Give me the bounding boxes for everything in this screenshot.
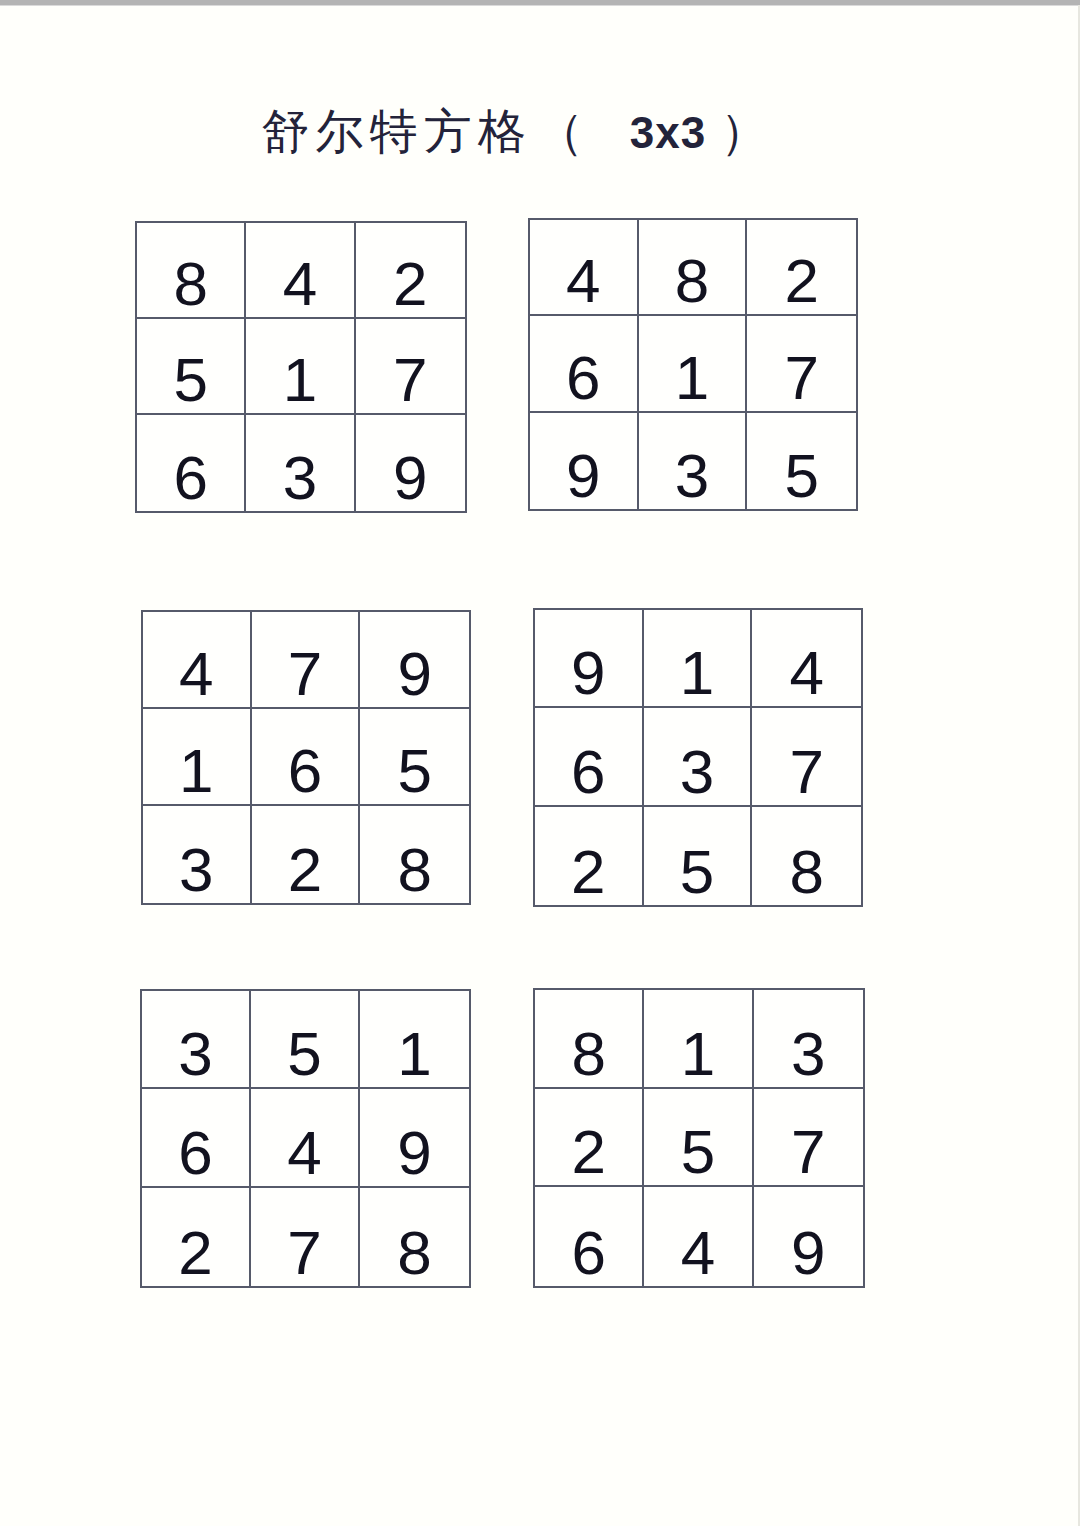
title-paren-close: ） (720, 105, 768, 158)
grid5-cell-r3c3[interactable]: 8 (360, 1188, 469, 1286)
grid6-cell-r3c3[interactable]: 9 (754, 1187, 863, 1286)
grid1-cell-r1c3[interactable]: 2 (356, 223, 465, 319)
grid5-cell-r3c1[interactable]: 2 (142, 1188, 251, 1286)
grid5-cell-r2c3[interactable]: 9 (360, 1089, 469, 1187)
grid2-cell-r1c2[interactable]: 8 (639, 220, 748, 316)
grid4-cell-r2c1[interactable]: 6 (535, 708, 644, 806)
grid5-cell-r1c1[interactable]: 3 (142, 991, 251, 1089)
grid1-cell-r2c2[interactable]: 1 (246, 319, 355, 415)
grid4-cell-r2c2[interactable]: 3 (644, 708, 753, 806)
grid4-cell-r3c1[interactable]: 2 (535, 807, 644, 905)
grid6-cell-r1c1[interactable]: 8 (535, 990, 644, 1089)
grid3-cell-r2c3[interactable]: 5 (360, 709, 469, 806)
grid4-cell-r1c1[interactable]: 9 (535, 610, 644, 708)
grid2-cell-r3c3[interactable]: 5 (747, 413, 856, 509)
grid2-cell-r2c3[interactable]: 7 (747, 316, 856, 412)
grid4-cell-r3c2[interactable]: 5 (644, 807, 753, 905)
grid5-cell-r1c2[interactable]: 5 (251, 991, 360, 1089)
schulte-grid-6: 8 1 3 2 5 7 6 4 9 (533, 988, 865, 1288)
grid2-cell-r3c1[interactable]: 9 (530, 413, 639, 509)
grid3-cell-r2c2[interactable]: 6 (252, 709, 361, 806)
grid6-cell-r2c2[interactable]: 5 (644, 1089, 753, 1188)
grid2-cell-r2c1[interactable]: 6 (530, 316, 639, 412)
grid3-cell-r3c1[interactable]: 3 (143, 806, 252, 903)
grid2-cell-r1c3[interactable]: 2 (747, 220, 856, 316)
grid2-cell-r3c2[interactable]: 3 (639, 413, 748, 509)
grid3-cell-r3c3[interactable]: 8 (360, 806, 469, 903)
schulte-grid-2: 4 8 2 6 1 7 9 3 5 (528, 218, 858, 511)
grid6-cell-r3c1[interactable]: 6 (535, 1187, 644, 1286)
grid6-cell-r3c2[interactable]: 4 (644, 1187, 753, 1286)
grid6-cell-r1c3[interactable]: 3 (754, 990, 863, 1089)
grid1-cell-r3c3[interactable]: 9 (356, 415, 465, 511)
grid4-cell-r1c2[interactable]: 1 (644, 610, 753, 708)
grid4-cell-r3c3[interactable]: 8 (752, 807, 861, 905)
grid3-cell-r3c2[interactable]: 2 (252, 806, 361, 903)
grid2-cell-r1c1[interactable]: 4 (530, 220, 639, 316)
schulte-grid-1: 8 4 2 5 1 7 6 3 9 (135, 221, 467, 513)
grid3-cell-r1c3[interactable]: 9 (360, 612, 469, 709)
grid3-cell-r2c1[interactable]: 1 (143, 709, 252, 806)
schulte-grid-4: 9 1 4 6 3 7 2 5 8 (533, 608, 863, 907)
screen-top-edge-strip (0, 0, 1080, 6)
title-text: 舒尔特方格 (262, 105, 532, 158)
grid6-cell-r2c3[interactable]: 7 (754, 1089, 863, 1188)
schulte-grid-5: 3 5 1 6 4 9 2 7 8 (140, 989, 471, 1288)
grid1-cell-r3c1[interactable]: 6 (137, 415, 246, 511)
grid4-cell-r2c3[interactable]: 7 (752, 708, 861, 806)
title-paren-open: （ (536, 105, 584, 158)
grid3-cell-r1c2[interactable]: 7 (252, 612, 361, 709)
grid3-cell-r1c1[interactable]: 4 (143, 612, 252, 709)
grid5-cell-r3c2[interactable]: 7 (251, 1188, 360, 1286)
grid1-cell-r3c2[interactable]: 3 (246, 415, 355, 511)
grid1-cell-r1c1[interactable]: 8 (137, 223, 246, 319)
grid5-cell-r1c3[interactable]: 1 (360, 991, 469, 1089)
grid6-cell-r1c2[interactable]: 1 (644, 990, 753, 1089)
page-title: 舒尔特方格（3x3） (0, 100, 1030, 164)
grid6-cell-r2c1[interactable]: 2 (535, 1089, 644, 1188)
grid1-cell-r1c2[interactable]: 4 (246, 223, 355, 319)
grid4-cell-r1c3[interactable]: 4 (752, 610, 861, 708)
grid5-cell-r2c1[interactable]: 6 (142, 1089, 251, 1187)
grid5-cell-r2c2[interactable]: 4 (251, 1089, 360, 1187)
grid2-cell-r2c2[interactable]: 1 (639, 316, 748, 412)
grid1-cell-r2c1[interactable]: 5 (137, 319, 246, 415)
title-grid-size: 3x3 (630, 108, 706, 157)
schulte-grid-3: 4 7 9 1 6 5 3 2 8 (141, 610, 471, 905)
grid1-cell-r2c3[interactable]: 7 (356, 319, 465, 415)
